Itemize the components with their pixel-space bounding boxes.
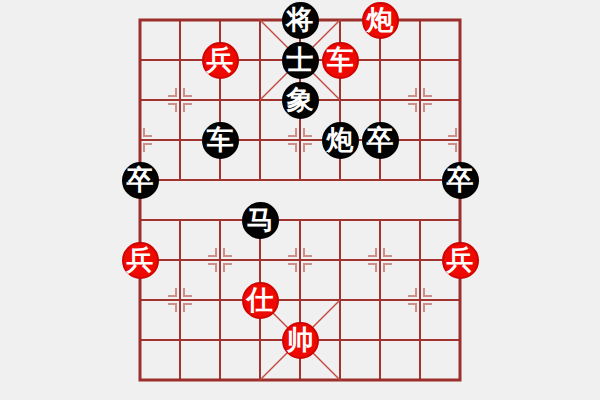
black-advisor-piece[interactable]: 士 bbox=[282, 42, 319, 79]
black-horse-piece[interactable]: 马 bbox=[242, 202, 279, 239]
xiangqi-board: 将炮兵士车象车炮卒卒卒马兵兵仕帅 bbox=[0, 0, 600, 400]
red-cannon-piece[interactable]: 炮 bbox=[362, 2, 399, 39]
black-general-piece[interactable]: 将 bbox=[282, 2, 319, 39]
black-elephant-piece[interactable]: 象 bbox=[282, 82, 319, 119]
piece-grid: 将炮兵士车象车炮卒卒卒马兵兵仕帅 bbox=[120, 0, 480, 400]
black-soldier-piece[interactable]: 卒 bbox=[362, 122, 399, 159]
black-soldier-piece[interactable]: 卒 bbox=[122, 162, 159, 199]
black-chariot-piece[interactable]: 车 bbox=[202, 122, 239, 159]
red-general-piece[interactable]: 帅 bbox=[282, 322, 319, 359]
black-cannon-piece[interactable]: 炮 bbox=[322, 122, 359, 159]
red-soldier-piece[interactable]: 兵 bbox=[122, 242, 159, 279]
black-soldier-piece[interactable]: 卒 bbox=[442, 162, 479, 199]
red-chariot-piece[interactable]: 车 bbox=[322, 42, 359, 79]
red-soldier-piece[interactable]: 兵 bbox=[202, 42, 239, 79]
red-advisor-piece[interactable]: 仕 bbox=[242, 282, 279, 319]
red-soldier-piece[interactable]: 兵 bbox=[442, 242, 479, 279]
